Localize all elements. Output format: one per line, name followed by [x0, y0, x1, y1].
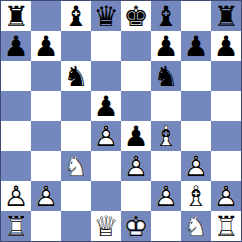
square-c8[interactable]: ♝ [61, 1, 91, 31]
piece-white-queen[interactable]: ♛♕ [93, 213, 118, 241]
square-e4[interactable]: ♟ [121, 121, 151, 151]
square-g1[interactable]: ♞♘ [181, 211, 211, 241]
piece-outline-layer: ♙ [3, 183, 28, 211]
square-d3[interactable] [91, 151, 121, 181]
square-a3[interactable] [1, 151, 31, 181]
square-f1[interactable] [151, 211, 181, 241]
square-b3[interactable] [31, 151, 61, 181]
square-h3[interactable] [211, 151, 241, 181]
piece-black-rook[interactable]: ♜ [3, 3, 28, 31]
piece-outline-layer: ♗ [183, 183, 208, 211]
piece-white-pawn[interactable]: ♟♙ [3, 183, 28, 211]
piece-outline-layer: ♙ [183, 153, 208, 181]
piece-outline-layer: ♖ [213, 213, 238, 241]
piece-outline-layer: ♔ [123, 213, 148, 241]
square-h5[interactable] [211, 91, 241, 121]
square-a2[interactable]: ♟♙ [1, 181, 31, 211]
piece-black-king[interactable]: ♚ [123, 3, 148, 31]
square-f2[interactable]: ♟♙ [151, 181, 181, 211]
square-e5[interactable] [121, 91, 151, 121]
square-b2[interactable]: ♟♙ [31, 181, 61, 211]
piece-outline-layer: ♙ [213, 183, 238, 211]
piece-black-pawn[interactable]: ♟ [213, 33, 238, 61]
square-d8[interactable]: ♛ [91, 1, 121, 31]
square-a7[interactable]: ♟ [1, 31, 31, 61]
chess-board-frame: ♜♝♛♚♝♜♟♟♟♟♟♞♞♟♟♙♟♝♗♞♘♟♙♟♙♟♙♟♙♟♙♝♗♟♙♜♖♛♕♚… [0, 0, 242, 242]
square-d7[interactable] [91, 31, 121, 61]
piece-white-pawn[interactable]: ♟♙ [213, 183, 238, 211]
piece-white-bishop[interactable]: ♝♗ [153, 123, 178, 151]
piece-white-knight[interactable]: ♞♘ [183, 213, 208, 241]
piece-white-rook[interactable]: ♜♖ [3, 213, 28, 241]
piece-outline-layer: ♙ [123, 153, 148, 181]
square-g6[interactable] [181, 61, 211, 91]
piece-black-bishop[interactable]: ♝ [63, 3, 88, 31]
square-h2[interactable]: ♟♙ [211, 181, 241, 211]
square-f4[interactable]: ♝♗ [151, 121, 181, 151]
piece-black-pawn[interactable]: ♟ [123, 123, 148, 151]
square-c1[interactable] [61, 211, 91, 241]
square-c5[interactable] [61, 91, 91, 121]
square-f8[interactable]: ♝ [151, 1, 181, 31]
square-b7[interactable]: ♟ [31, 31, 61, 61]
piece-outline-layer: ♕ [93, 213, 118, 241]
square-f6[interactable]: ♞ [151, 61, 181, 91]
square-g5[interactable] [181, 91, 211, 121]
square-e2[interactable] [121, 181, 151, 211]
square-f5[interactable] [151, 91, 181, 121]
piece-black-pawn[interactable]: ♟ [33, 33, 58, 61]
square-g3[interactable]: ♟♙ [181, 151, 211, 181]
piece-outline-layer: ♘ [63, 153, 88, 181]
piece-white-rook[interactable]: ♜♖ [213, 213, 238, 241]
square-e3[interactable]: ♟♙ [121, 151, 151, 181]
square-f7[interactable]: ♟ [151, 31, 181, 61]
piece-black-pawn[interactable]: ♟ [153, 33, 178, 61]
square-a6[interactable] [1, 61, 31, 91]
square-h4[interactable] [211, 121, 241, 151]
piece-outline-layer: ♖ [3, 213, 28, 241]
square-b6[interactable] [31, 61, 61, 91]
piece-white-pawn[interactable]: ♟♙ [153, 183, 178, 211]
square-d5[interactable]: ♟ [91, 91, 121, 121]
square-g7[interactable]: ♟ [181, 31, 211, 61]
piece-outline-layer: ♗ [153, 123, 178, 151]
square-f3[interactable] [151, 151, 181, 181]
piece-black-pawn[interactable]: ♟ [3, 33, 28, 61]
square-g8[interactable] [181, 1, 211, 31]
square-a8[interactable]: ♜ [1, 1, 31, 31]
piece-outline-layer: ♙ [93, 123, 118, 151]
piece-white-king[interactable]: ♚♔ [123, 213, 148, 241]
piece-white-pawn[interactable]: ♟♙ [183, 153, 208, 181]
square-c6[interactable]: ♞ [61, 61, 91, 91]
square-e6[interactable] [121, 61, 151, 91]
square-b4[interactable] [31, 121, 61, 151]
square-c3[interactable]: ♞♘ [61, 151, 91, 181]
piece-black-pawn[interactable]: ♟ [93, 93, 118, 121]
square-h1[interactable]: ♜♖ [211, 211, 241, 241]
piece-outline-layer: ♙ [153, 183, 178, 211]
piece-black-knight[interactable]: ♞ [153, 63, 178, 91]
square-h8[interactable]: ♜ [211, 1, 241, 31]
square-d2[interactable] [91, 181, 121, 211]
piece-white-knight[interactable]: ♞♘ [63, 153, 88, 181]
piece-black-rook[interactable]: ♜ [213, 3, 238, 31]
piece-black-bishop[interactable]: ♝ [153, 3, 178, 31]
square-e8[interactable]: ♚ [121, 1, 151, 31]
square-b5[interactable] [31, 91, 61, 121]
piece-outline-layer: ♘ [183, 213, 208, 241]
square-a1[interactable]: ♜♖ [1, 211, 31, 241]
square-b8[interactable] [31, 1, 61, 31]
square-d1[interactable]: ♛♕ [91, 211, 121, 241]
square-e1[interactable]: ♚♔ [121, 211, 151, 241]
chess-board: ♜♝♛♚♝♜♟♟♟♟♟♞♞♟♟♙♟♝♗♞♘♟♙♟♙♟♙♟♙♟♙♝♗♟♙♜♖♛♕♚… [1, 1, 241, 241]
piece-black-knight[interactable]: ♞ [63, 63, 88, 91]
square-g2[interactable]: ♝♗ [181, 181, 211, 211]
square-c7[interactable] [61, 31, 91, 61]
piece-white-pawn[interactable]: ♟♙ [33, 183, 58, 211]
piece-black-queen[interactable]: ♛ [93, 3, 118, 31]
square-h6[interactable] [211, 61, 241, 91]
square-h7[interactable]: ♟ [211, 31, 241, 61]
square-c2[interactable] [61, 181, 91, 211]
piece-white-bishop[interactable]: ♝♗ [183, 183, 208, 211]
square-b1[interactable] [31, 211, 61, 241]
square-a5[interactable] [1, 91, 31, 121]
piece-white-pawn[interactable]: ♟♙ [93, 123, 118, 151]
square-c4[interactable] [61, 121, 91, 151]
square-a4[interactable] [1, 121, 31, 151]
square-e7[interactable] [121, 31, 151, 61]
square-d6[interactable] [91, 61, 121, 91]
piece-white-pawn[interactable]: ♟♙ [123, 153, 148, 181]
piece-black-pawn[interactable]: ♟ [183, 33, 208, 61]
square-d4[interactable]: ♟♙ [91, 121, 121, 151]
piece-outline-layer: ♙ [33, 183, 58, 211]
square-g4[interactable] [181, 121, 211, 151]
